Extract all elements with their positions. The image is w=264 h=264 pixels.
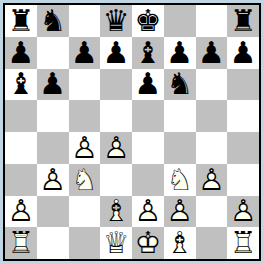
- square-a1[interactable]: ♜♖: [5, 227, 37, 259]
- piece-black-knight: ♞: [37, 5, 69, 37]
- piece-black-pawn: ♟: [69, 37, 101, 69]
- square-a2[interactable]: ♟♙: [5, 196, 37, 228]
- square-a4[interactable]: [5, 132, 37, 164]
- piece-glyph-outline: ♙: [196, 164, 228, 196]
- piece-black-pawn: ♟: [37, 69, 69, 101]
- piece-black-pawn: ♟: [227, 37, 259, 69]
- piece-glyph-outline: ♙: [227, 196, 259, 228]
- square-e8[interactable]: ♚: [132, 5, 164, 37]
- square-c6[interactable]: [69, 69, 101, 101]
- square-f5[interactable]: [164, 100, 196, 132]
- piece-glyph-fill: ♟: [100, 132, 132, 164]
- square-a6[interactable]: ♝: [5, 69, 37, 101]
- square-d4[interactable]: ♟♙: [100, 132, 132, 164]
- piece-glyph-fill: ♜: [5, 5, 37, 37]
- chess-board: ♜♞♛♚♜♟♟♟♝♟♟♟♝♟♟♞♟♙♟♙♟♙♞♘♞♘♟♙♟♙♝♗♟♙♟♙♟♙♜♖…: [5, 5, 259, 259]
- square-g8[interactable]: [196, 5, 228, 37]
- chess-board-frame: ♜♞♛♚♜♟♟♟♝♟♟♟♝♟♟♞♟♙♟♙♟♙♞♘♞♘♟♙♟♙♝♗♟♙♟♙♟♙♜♖…: [3, 3, 261, 261]
- square-b2[interactable]: [37, 196, 69, 228]
- piece-black-rook: ♜: [227, 5, 259, 37]
- square-d2[interactable]: ♝♗: [100, 196, 132, 228]
- piece-glyph-fill: ♝: [100, 196, 132, 228]
- piece-glyph-outline: ♙: [164, 196, 196, 228]
- piece-glyph-outline: ♙: [100, 132, 132, 164]
- square-c1[interactable]: [69, 227, 101, 259]
- square-d1[interactable]: ♛♕: [100, 227, 132, 259]
- piece-white-pawn: ♟♙: [196, 164, 228, 196]
- piece-glyph-outline: ♙: [37, 164, 69, 196]
- square-b3[interactable]: ♟♙: [37, 164, 69, 196]
- piece-glyph-fill: ♟: [164, 37, 196, 69]
- piece-white-pawn: ♟♙: [100, 132, 132, 164]
- square-h4[interactable]: [227, 132, 259, 164]
- square-a7[interactable]: ♟: [5, 37, 37, 69]
- square-g7[interactable]: ♟: [196, 37, 228, 69]
- piece-glyph-fill: ♟: [196, 164, 228, 196]
- piece-white-queen: ♛♕: [100, 227, 132, 259]
- square-e3[interactable]: [132, 164, 164, 196]
- piece-black-pawn: ♟: [5, 37, 37, 69]
- piece-white-pawn: ♟♙: [5, 196, 37, 228]
- piece-glyph-fill: ♞: [69, 164, 101, 196]
- square-f4[interactable]: [164, 132, 196, 164]
- piece-glyph-fill: ♟: [132, 69, 164, 101]
- piece-glyph-fill: ♚: [132, 5, 164, 37]
- piece-white-pawn: ♟♙: [37, 164, 69, 196]
- square-g2[interactable]: [196, 196, 228, 228]
- piece-black-queen: ♛: [100, 5, 132, 37]
- square-f8[interactable]: [164, 5, 196, 37]
- square-a8[interactable]: ♜: [5, 5, 37, 37]
- square-g1[interactable]: [196, 227, 228, 259]
- square-f6[interactable]: ♞: [164, 69, 196, 101]
- square-f7[interactable]: ♟: [164, 37, 196, 69]
- piece-glyph-fill: ♚: [132, 227, 164, 259]
- piece-black-rook: ♜: [5, 5, 37, 37]
- square-h6[interactable]: [227, 69, 259, 101]
- piece-black-king: ♚: [132, 5, 164, 37]
- piece-glyph-fill: ♛: [100, 227, 132, 259]
- piece-glyph-outline: ♔: [132, 227, 164, 259]
- piece-glyph-outline: ♘: [164, 164, 196, 196]
- square-c8[interactable]: [69, 5, 101, 37]
- piece-glyph-fill: ♞: [164, 164, 196, 196]
- piece-glyph-outline: ♙: [69, 132, 101, 164]
- square-d6[interactable]: [100, 69, 132, 101]
- screenshot-root: { "game": { "name": "chess", "descriptio…: [0, 0, 264, 264]
- piece-glyph-outline: ♙: [132, 196, 164, 228]
- square-b7[interactable]: [37, 37, 69, 69]
- square-g4[interactable]: [196, 132, 228, 164]
- piece-glyph-fill: ♟: [196, 37, 228, 69]
- piece-glyph-fill: ♟: [5, 37, 37, 69]
- piece-glyph-fill: ♝: [132, 37, 164, 69]
- piece-black-pawn: ♟: [164, 37, 196, 69]
- square-g3[interactable]: ♟♙: [196, 164, 228, 196]
- piece-glyph-outline: ♖: [227, 227, 259, 259]
- square-e7[interactable]: ♝: [132, 37, 164, 69]
- piece-glyph-fill: ♜: [227, 227, 259, 259]
- square-e1[interactable]: ♚♔: [132, 227, 164, 259]
- piece-black-pawn: ♟: [196, 37, 228, 69]
- piece-glyph-outline: ♙: [5, 196, 37, 228]
- piece-white-knight: ♞♘: [69, 164, 101, 196]
- square-f3[interactable]: ♞♘: [164, 164, 196, 196]
- square-e6[interactable]: ♟: [132, 69, 164, 101]
- square-h8[interactable]: ♜: [227, 5, 259, 37]
- piece-glyph-fill: ♟: [227, 37, 259, 69]
- square-b8[interactable]: ♞: [37, 5, 69, 37]
- piece-glyph-fill: ♞: [37, 5, 69, 37]
- square-g5[interactable]: [196, 100, 228, 132]
- square-c5[interactable]: [69, 100, 101, 132]
- square-h1[interactable]: ♜♖: [227, 227, 259, 259]
- piece-glyph-fill: ♟: [5, 196, 37, 228]
- piece-white-knight: ♞♘: [164, 164, 196, 196]
- piece-glyph-fill: ♟: [37, 69, 69, 101]
- piece-glyph-fill: ♟: [132, 196, 164, 228]
- square-c4[interactable]: ♟♙: [69, 132, 101, 164]
- square-h7[interactable]: ♟: [227, 37, 259, 69]
- square-h2[interactable]: ♟♙: [227, 196, 259, 228]
- square-c3[interactable]: ♞♘: [69, 164, 101, 196]
- piece-glyph-fill: ♟: [227, 196, 259, 228]
- piece-glyph-fill: ♟: [164, 196, 196, 228]
- piece-glyph-fill: ♜: [227, 5, 259, 37]
- piece-white-pawn: ♟♙: [132, 196, 164, 228]
- piece-black-knight: ♞: [164, 69, 196, 101]
- square-d7[interactable]: ♟: [100, 37, 132, 69]
- piece-glyph-fill: ♛: [100, 5, 132, 37]
- square-d3[interactable]: [100, 164, 132, 196]
- piece-glyph-outline: ♗: [100, 196, 132, 228]
- piece-glyph-outline: ♕: [100, 227, 132, 259]
- square-e4[interactable]: [132, 132, 164, 164]
- square-g6[interactable]: [196, 69, 228, 101]
- piece-glyph-outline: ♖: [5, 227, 37, 259]
- square-f2[interactable]: ♟♙: [164, 196, 196, 228]
- square-c7[interactable]: ♟: [69, 37, 101, 69]
- square-h5[interactable]: [227, 100, 259, 132]
- piece-glyph-fill: ♝: [5, 69, 37, 101]
- square-d5[interactable]: [100, 100, 132, 132]
- piece-glyph-fill: ♝: [164, 227, 196, 259]
- square-f1[interactable]: ♝♗: [164, 227, 196, 259]
- piece-white-bishop: ♝♗: [164, 227, 196, 259]
- piece-glyph-outline: ♗: [164, 227, 196, 259]
- piece-glyph-fill: ♟: [69, 132, 101, 164]
- square-c2[interactable]: [69, 196, 101, 228]
- piece-white-king: ♚♔: [132, 227, 164, 259]
- piece-glyph-outline: ♘: [69, 164, 101, 196]
- square-b5[interactable]: [37, 100, 69, 132]
- square-b1[interactable]: [37, 227, 69, 259]
- piece-glyph-fill: ♟: [69, 37, 101, 69]
- piece-black-bishop: ♝: [132, 37, 164, 69]
- piece-glyph-fill: ♟: [100, 37, 132, 69]
- square-h3[interactable]: [227, 164, 259, 196]
- square-a3[interactable]: [5, 164, 37, 196]
- square-b4[interactable]: [37, 132, 69, 164]
- piece-white-bishop: ♝♗: [100, 196, 132, 228]
- piece-white-rook: ♜♖: [5, 227, 37, 259]
- piece-glyph-fill: ♜: [5, 227, 37, 259]
- piece-black-pawn: ♟: [132, 69, 164, 101]
- piece-white-pawn: ♟♙: [164, 196, 196, 228]
- square-a5[interactable]: [5, 100, 37, 132]
- piece-white-pawn: ♟♙: [69, 132, 101, 164]
- piece-white-pawn: ♟♙: [227, 196, 259, 228]
- piece-black-pawn: ♟: [100, 37, 132, 69]
- piece-glyph-fill: ♟: [37, 164, 69, 196]
- piece-black-bishop: ♝: [5, 69, 37, 101]
- square-b6[interactable]: ♟: [37, 69, 69, 101]
- square-e2[interactable]: ♟♙: [132, 196, 164, 228]
- square-d8[interactable]: ♛: [100, 5, 132, 37]
- piece-white-rook: ♜♖: [227, 227, 259, 259]
- piece-glyph-fill: ♞: [164, 69, 196, 101]
- square-e5[interactable]: [132, 100, 164, 132]
